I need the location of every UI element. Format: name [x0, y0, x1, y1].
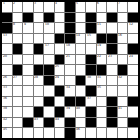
white-cell[interactable]: 7 — [118, 2, 128, 12]
white-cell[interactable] — [118, 23, 128, 33]
white-cell[interactable] — [65, 76, 75, 86]
clue-number: 3 — [34, 2, 36, 5]
clue-number: 15 — [87, 34, 91, 37]
clue-number: 37 — [87, 97, 91, 100]
white-cell[interactable]: 44 — [55, 118, 65, 128]
clue-number: 11 — [97, 23, 101, 26]
white-cell[interactable]: 10 — [44, 23, 54, 33]
clue-number: 19 — [97, 44, 101, 47]
clue-number: 1 — [3, 2, 5, 5]
clue-number: 27 — [13, 76, 17, 79]
clue-number: 41 — [118, 107, 122, 110]
white-cell[interactable] — [128, 128, 138, 138]
black-cell — [86, 107, 96, 117]
white-cell[interactable]: 16 — [118, 34, 128, 44]
black-cell — [107, 13, 117, 23]
white-cell[interactable] — [13, 13, 23, 23]
white-cell[interactable] — [118, 44, 128, 54]
white-cell[interactable]: 12 — [128, 23, 138, 33]
black-cell — [128, 44, 138, 54]
white-cell[interactable] — [118, 55, 128, 65]
clue-number: 28 — [34, 76, 38, 79]
clue-number: 25 — [55, 65, 59, 68]
black-cell — [34, 65, 44, 75]
clue-number: 17 — [45, 44, 49, 47]
white-cell[interactable] — [23, 65, 33, 75]
white-cell[interactable] — [128, 86, 138, 96]
white-cell[interactable]: 21 — [65, 55, 75, 65]
black-cell — [44, 76, 54, 86]
clue-number: 40 — [76, 107, 80, 110]
white-cell[interactable] — [55, 128, 65, 138]
black-cell — [44, 65, 54, 75]
white-cell[interactable]: 9 — [23, 23, 33, 33]
clue-number: 38 — [3, 107, 7, 110]
clue-number: 5 — [76, 2, 78, 5]
white-cell[interactable] — [13, 97, 23, 107]
clue-number: 32 — [118, 76, 122, 79]
white-cell[interactable] — [44, 107, 54, 117]
clue-number: 7 — [118, 2, 120, 5]
black-cell — [118, 65, 128, 75]
white-cell[interactable] — [128, 34, 138, 44]
black-cell — [23, 13, 33, 23]
black-cell — [65, 2, 75, 12]
clue-number: 24 — [129, 55, 133, 58]
white-cell[interactable] — [97, 118, 107, 128]
white-cell[interactable]: 11 — [97, 23, 107, 33]
white-cell[interactable]: 34 — [65, 86, 75, 96]
white-cell[interactable]: 13 — [2, 34, 12, 44]
white-cell[interactable] — [128, 76, 138, 86]
black-cell — [34, 44, 44, 54]
clue-number: 14 — [76, 34, 80, 37]
white-cell[interactable] — [55, 44, 65, 54]
black-cell — [107, 44, 117, 54]
white-cell[interactable]: 1 — [2, 2, 12, 12]
white-cell[interactable]: 36 — [2, 97, 12, 107]
white-cell[interactable] — [76, 55, 86, 65]
white-cell[interactable] — [128, 2, 138, 12]
clue-number: 21 — [66, 55, 70, 58]
white-cell[interactable]: 38 — [2, 107, 12, 117]
white-cell[interactable] — [86, 128, 96, 138]
white-cell[interactable] — [55, 23, 65, 33]
white-cell[interactable] — [23, 107, 33, 117]
white-cell[interactable] — [107, 2, 117, 12]
white-cell[interactable] — [118, 128, 128, 138]
black-cell — [86, 86, 96, 96]
clue-number: 8 — [13, 23, 15, 26]
white-cell[interactable] — [76, 118, 86, 128]
clue-number: 30 — [87, 76, 91, 79]
white-cell[interactable] — [23, 44, 33, 54]
white-cell[interactable] — [23, 86, 33, 96]
clue-number: 23 — [108, 55, 112, 58]
black-cell — [86, 65, 96, 75]
black-cell — [34, 107, 44, 117]
white-cell[interactable] — [13, 107, 23, 117]
black-cell — [86, 55, 96, 65]
white-cell[interactable] — [13, 118, 23, 128]
black-cell — [44, 97, 54, 107]
white-cell[interactable]: 45 — [2, 128, 12, 138]
clue-number: 29 — [55, 76, 59, 79]
black-cell — [65, 128, 75, 138]
clue-number: 44 — [55, 118, 59, 121]
white-cell[interactable] — [128, 65, 138, 75]
white-cell[interactable]: 14 — [76, 34, 86, 44]
white-cell[interactable] — [34, 55, 44, 65]
white-cell[interactable] — [76, 13, 86, 23]
black-cell — [76, 76, 86, 86]
clue-number: 43 — [34, 118, 38, 121]
black-cell — [107, 118, 117, 128]
white-cell[interactable] — [2, 44, 12, 54]
white-cell[interactable]: 33 — [2, 86, 12, 96]
black-cell — [2, 23, 12, 33]
black-cell — [65, 23, 75, 33]
white-cell[interactable] — [44, 34, 54, 44]
white-cell[interactable]: 40 — [76, 107, 86, 117]
white-cell[interactable] — [118, 86, 128, 96]
white-cell[interactable] — [118, 97, 128, 107]
clue-number: 31 — [97, 76, 101, 79]
white-cell[interactable] — [23, 2, 33, 12]
white-cell[interactable] — [23, 76, 33, 86]
black-cell — [55, 107, 65, 117]
white-cell[interactable]: 2 — [13, 2, 23, 12]
clue-number: 13 — [3, 34, 7, 37]
white-cell[interactable]: 17 — [44, 44, 54, 54]
white-cell[interactable]: 32 — [118, 76, 128, 86]
white-cell[interactable] — [34, 86, 44, 96]
white-cell[interactable] — [34, 97, 44, 107]
white-cell[interactable] — [44, 55, 54, 65]
white-cell[interactable]: 41 — [118, 107, 128, 117]
white-cell[interactable] — [34, 128, 44, 138]
white-cell[interactable]: 37 — [86, 97, 96, 107]
white-cell[interactable] — [107, 76, 117, 86]
black-cell — [86, 118, 96, 128]
clue-number: 45 — [3, 128, 7, 131]
white-cell[interactable] — [44, 86, 54, 96]
white-cell[interactable] — [118, 13, 128, 23]
white-cell[interactable]: 35 — [97, 86, 107, 96]
white-cell[interactable]: 42 — [2, 118, 12, 128]
black-cell — [128, 118, 138, 128]
white-cell[interactable]: 20 — [2, 55, 12, 65]
clue-number: 4 — [55, 2, 57, 5]
white-cell[interactable]: 19 — [97, 44, 107, 54]
white-cell[interactable] — [55, 13, 65, 23]
clue-number: 2 — [13, 2, 15, 5]
white-cell[interactable]: 31 — [97, 76, 107, 86]
black-cell — [97, 34, 107, 44]
crossword-grid: 1234567891011121314151617181920212223242… — [0, 0, 140, 140]
white-cell[interactable]: 18 — [65, 44, 75, 54]
white-cell[interactable]: 15 — [86, 34, 96, 44]
clue-number: 34 — [66, 86, 70, 89]
black-cell — [65, 13, 75, 23]
white-cell[interactable]: 28 — [34, 76, 44, 86]
white-cell[interactable] — [76, 23, 86, 33]
black-cell — [107, 107, 117, 117]
black-cell — [86, 23, 96, 33]
white-cell[interactable] — [118, 118, 128, 128]
white-cell[interactable] — [86, 44, 96, 54]
clue-number: 26 — [3, 76, 7, 79]
white-cell[interactable]: 43 — [34, 118, 44, 128]
white-cell[interactable] — [13, 55, 23, 65]
white-cell[interactable] — [55, 97, 65, 107]
white-cell[interactable]: 39 — [65, 107, 75, 117]
clue-number: 36 — [3, 97, 7, 100]
white-cell[interactable] — [34, 34, 44, 44]
clue-number: 9 — [24, 23, 26, 26]
white-cell[interactable] — [107, 23, 117, 33]
black-cell — [128, 13, 138, 23]
white-cell[interactable]: 30 — [86, 76, 96, 86]
white-cell[interactable]: 46 — [76, 128, 86, 138]
white-cell[interactable]: 3 — [34, 2, 44, 12]
white-cell[interactable] — [44, 2, 54, 12]
white-cell[interactable] — [34, 13, 44, 23]
white-cell[interactable] — [23, 55, 33, 65]
white-cell[interactable] — [76, 86, 86, 96]
white-cell[interactable] — [13, 34, 23, 44]
black-cell — [13, 44, 23, 54]
black-cell — [65, 118, 75, 128]
clue-number: 33 — [3, 86, 7, 89]
black-cell — [2, 13, 12, 23]
black-cell — [107, 97, 117, 107]
white-cell[interactable]: 4 — [55, 2, 65, 12]
white-cell[interactable] — [107, 128, 117, 138]
white-cell[interactable] — [23, 34, 33, 44]
black-cell — [86, 13, 96, 23]
white-cell[interactable] — [23, 128, 33, 138]
white-cell[interactable] — [65, 65, 75, 75]
white-cell[interactable] — [107, 86, 117, 96]
white-cell[interactable] — [76, 44, 86, 54]
white-cell[interactable] — [97, 128, 107, 138]
white-cell[interactable]: 24 — [128, 55, 138, 65]
white-cell[interactable] — [76, 65, 86, 75]
clue-number: 20 — [3, 55, 7, 58]
white-cell[interactable]: 29 — [55, 76, 65, 86]
black-cell — [97, 65, 107, 75]
black-cell — [13, 65, 23, 75]
black-cell — [65, 97, 75, 107]
clue-number: 16 — [118, 34, 122, 37]
white-cell[interactable] — [13, 128, 23, 138]
white-cell[interactable]: 23 — [107, 55, 117, 65]
clue-number: 42 — [3, 118, 7, 121]
clue-number: 12 — [129, 23, 133, 26]
black-cell — [44, 118, 54, 128]
black-cell — [44, 13, 54, 23]
white-cell[interactable]: 8 — [13, 23, 23, 33]
white-cell[interactable]: 27 — [13, 76, 23, 86]
clue-number: 35 — [97, 86, 101, 89]
white-cell[interactable]: 6 — [97, 2, 107, 12]
white-cell[interactable] — [34, 23, 44, 33]
white-cell[interactable] — [2, 65, 12, 75]
clue-number: 39 — [66, 107, 70, 110]
black-cell — [128, 97, 138, 107]
clue-number: 22 — [97, 55, 101, 58]
white-cell[interactable]: 26 — [2, 76, 12, 86]
clue-number: 6 — [97, 2, 99, 5]
white-cell[interactable] — [128, 107, 138, 117]
white-cell[interactable] — [23, 97, 33, 107]
white-cell[interactable]: 5 — [76, 2, 86, 12]
white-cell[interactable] — [97, 97, 107, 107]
clue-number: 10 — [45, 23, 49, 26]
black-cell — [23, 118, 33, 128]
black-cell — [76, 97, 86, 107]
white-cell[interactable] — [44, 128, 54, 138]
black-cell — [107, 34, 117, 44]
white-cell[interactable] — [97, 13, 107, 23]
black-cell — [55, 55, 65, 65]
black-cell — [65, 34, 75, 44]
white-cell[interactable] — [86, 2, 96, 12]
white-cell[interactable]: 25 — [55, 65, 65, 75]
white-cell[interactable] — [107, 65, 117, 75]
clue-number: 46 — [76, 128, 80, 131]
white-cell[interactable]: 22 — [97, 55, 107, 65]
clue-number: 18 — [66, 44, 70, 47]
black-cell — [55, 86, 65, 96]
black-cell — [55, 34, 65, 44]
white-cell[interactable] — [13, 86, 23, 96]
white-cell[interactable] — [97, 107, 107, 117]
